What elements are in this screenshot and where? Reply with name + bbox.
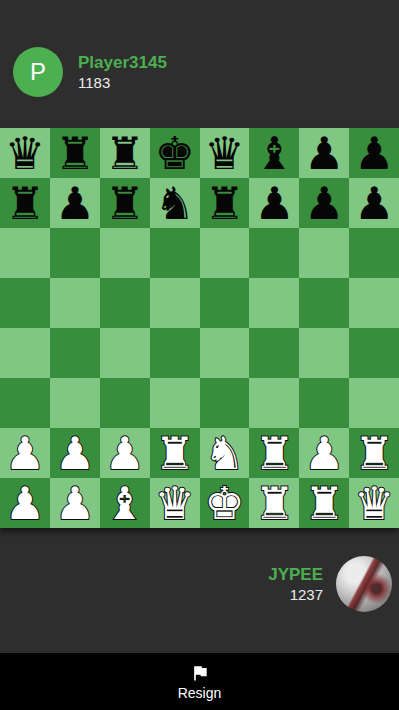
square-e1[interactable]: ♚ xyxy=(200,478,250,528)
square-h4[interactable] xyxy=(349,328,399,378)
piece-black-rook[interactable]: ♜ xyxy=(5,181,45,226)
square-f6[interactable] xyxy=(249,228,299,278)
piece-white-pawn[interactable]: ♟ xyxy=(5,431,45,476)
square-b2[interactable]: ♟ xyxy=(50,428,100,478)
square-c3[interactable] xyxy=(100,378,150,428)
piece-black-pawn[interactable]: ♟ xyxy=(304,131,344,176)
bottom-player-rating: 1237 xyxy=(290,585,323,604)
square-a7[interactable]: ♜ xyxy=(0,178,50,228)
piece-white-rook[interactable]: ♜ xyxy=(254,481,294,526)
piece-white-rook[interactable]: ♜ xyxy=(154,431,194,476)
square-c7[interactable]: ♜ xyxy=(100,178,150,228)
top-player-avatar-letter: P xyxy=(30,60,46,84)
square-h3[interactable] xyxy=(349,378,399,428)
square-f8[interactable]: ♝ xyxy=(249,128,299,178)
square-e4[interactable] xyxy=(200,328,250,378)
square-b8[interactable]: ♜ xyxy=(50,128,100,178)
square-d7[interactable]: ♞ xyxy=(150,178,200,228)
square-g8[interactable]: ♟ xyxy=(299,128,349,178)
piece-black-rook[interactable]: ♜ xyxy=(105,181,145,226)
square-g7[interactable]: ♟ xyxy=(299,178,349,228)
bottom-player-name: JYPEE xyxy=(268,564,323,585)
square-a6[interactable] xyxy=(0,228,50,278)
square-d5[interactable] xyxy=(150,278,200,328)
square-d8[interactable]: ♚ xyxy=(150,128,200,178)
piece-black-queen[interactable]: ♛ xyxy=(204,131,244,176)
top-player-text: Player3145 1183 xyxy=(78,52,167,92)
square-h5[interactable] xyxy=(349,278,399,328)
resign-button[interactable]: Resign xyxy=(0,653,399,710)
bottom-player-avatar[interactable] xyxy=(336,556,392,612)
piece-black-pawn[interactable]: ♟ xyxy=(354,181,394,226)
piece-white-king[interactable]: ♚ xyxy=(204,481,244,526)
square-g1[interactable]: ♜ xyxy=(299,478,349,528)
piece-black-king[interactable]: ♚ xyxy=(154,131,194,176)
square-h1[interactable]: ♛ xyxy=(349,478,399,528)
piece-white-queen[interactable]: ♛ xyxy=(354,481,394,526)
square-f4[interactable] xyxy=(249,328,299,378)
square-e3[interactable] xyxy=(200,378,250,428)
flag-icon xyxy=(190,663,210,683)
piece-white-knight[interactable]: ♞ xyxy=(204,431,244,476)
square-b5[interactable] xyxy=(50,278,100,328)
square-g3[interactable] xyxy=(299,378,349,428)
piece-black-pawn[interactable]: ♟ xyxy=(254,181,294,226)
square-h2[interactable]: ♜ xyxy=(349,428,399,478)
chess-board: ♛♜♜♚♛♝♟♟♜♟♜♞♜♟♟♟♟♟♟♜♞♜♟♜♟♟♝♛♚♜♜♛ xyxy=(0,128,399,528)
square-b4[interactable] xyxy=(50,328,100,378)
square-e8[interactable]: ♛ xyxy=(200,128,250,178)
square-c4[interactable] xyxy=(100,328,150,378)
square-c5[interactable] xyxy=(100,278,150,328)
square-f3[interactable] xyxy=(249,378,299,428)
square-e6[interactable] xyxy=(200,228,250,278)
square-f7[interactable]: ♟ xyxy=(249,178,299,228)
top-player-avatar[interactable]: P xyxy=(13,47,63,97)
piece-white-queen[interactable]: ♛ xyxy=(154,481,194,526)
square-h7[interactable]: ♟ xyxy=(349,178,399,228)
square-a2[interactable]: ♟ xyxy=(0,428,50,478)
square-c2[interactable]: ♟ xyxy=(100,428,150,478)
square-g2[interactable]: ♟ xyxy=(299,428,349,478)
piece-white-pawn[interactable]: ♟ xyxy=(5,481,45,526)
square-a3[interactable] xyxy=(0,378,50,428)
square-b6[interactable] xyxy=(50,228,100,278)
bottom-player-text: JYPEE 1237 xyxy=(268,564,323,604)
square-c1[interactable]: ♝ xyxy=(100,478,150,528)
square-g5[interactable] xyxy=(299,278,349,328)
square-d1[interactable]: ♛ xyxy=(150,478,200,528)
top-player-name: Player3145 xyxy=(78,52,167,73)
square-a8[interactable]: ♛ xyxy=(0,128,50,178)
chess-app-screen: { "game": "chess", "position": "qrrkqbpp… xyxy=(0,0,399,710)
square-c6[interactable] xyxy=(100,228,150,278)
piece-white-rook[interactable]: ♜ xyxy=(254,431,294,476)
square-h6[interactable] xyxy=(349,228,399,278)
piece-black-queen[interactable]: ♛ xyxy=(5,131,45,176)
piece-white-pawn[interactable]: ♟ xyxy=(55,481,95,526)
square-h8[interactable]: ♟ xyxy=(349,128,399,178)
piece-black-pawn[interactable]: ♟ xyxy=(304,181,344,226)
square-f1[interactable]: ♜ xyxy=(249,478,299,528)
square-b3[interactable] xyxy=(50,378,100,428)
square-e7[interactable]: ♜ xyxy=(200,178,250,228)
piece-black-rook[interactable]: ♜ xyxy=(204,181,244,226)
square-d4[interactable] xyxy=(150,328,200,378)
resign-label: Resign xyxy=(178,685,222,701)
square-d3[interactable] xyxy=(150,378,200,428)
bottom-player-info: JYPEE 1237 xyxy=(268,556,392,612)
square-f2[interactable]: ♜ xyxy=(249,428,299,478)
piece-white-bishop[interactable]: ♝ xyxy=(105,481,145,526)
piece-black-knight[interactable]: ♞ xyxy=(154,181,194,226)
top-player-rating: 1183 xyxy=(78,73,167,92)
square-a1[interactable]: ♟ xyxy=(0,478,50,528)
piece-black-bishop[interactable]: ♝ xyxy=(254,131,294,176)
square-b7[interactable]: ♟ xyxy=(50,178,100,228)
square-g4[interactable] xyxy=(299,328,349,378)
piece-black-pawn[interactable]: ♟ xyxy=(55,181,95,226)
piece-white-pawn[interactable]: ♟ xyxy=(55,431,95,476)
piece-white-rook[interactable]: ♜ xyxy=(354,431,394,476)
square-d6[interactable] xyxy=(150,228,200,278)
square-a4[interactable] xyxy=(0,328,50,378)
piece-black-rook[interactable]: ♜ xyxy=(55,131,95,176)
top-player-info: P Player3145 1183 xyxy=(13,47,167,97)
piece-white-rook[interactable]: ♜ xyxy=(304,481,344,526)
square-e5[interactable] xyxy=(200,278,250,328)
piece-black-pawn[interactable]: ♟ xyxy=(354,131,394,176)
piece-white-pawn[interactable]: ♟ xyxy=(105,431,145,476)
square-c8[interactable]: ♜ xyxy=(100,128,150,178)
square-g6[interactable] xyxy=(299,228,349,278)
piece-white-pawn[interactable]: ♟ xyxy=(304,431,344,476)
square-f5[interactable] xyxy=(249,278,299,328)
square-e2[interactable]: ♞ xyxy=(200,428,250,478)
piece-black-rook[interactable]: ♜ xyxy=(105,131,145,176)
square-d2[interactable]: ♜ xyxy=(150,428,200,478)
square-a5[interactable] xyxy=(0,278,50,328)
square-b1[interactable]: ♟ xyxy=(50,478,100,528)
